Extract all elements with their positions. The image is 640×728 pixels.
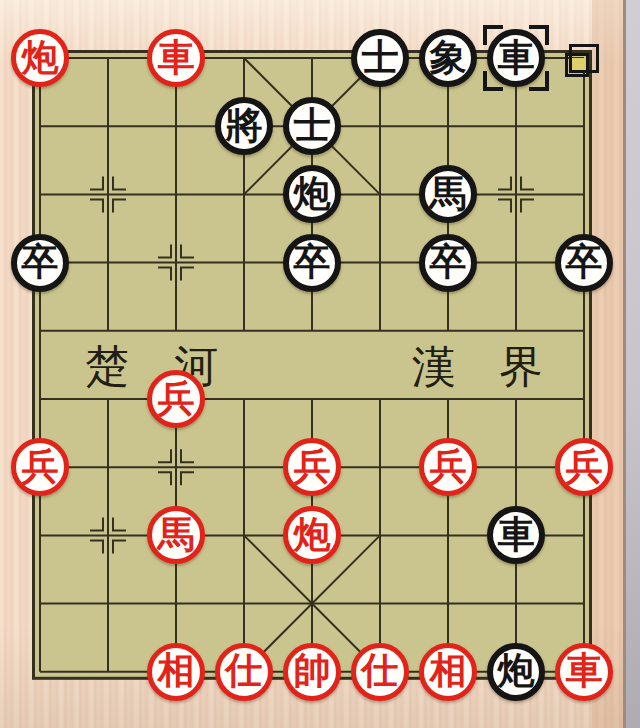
xiangqi-board-screen: 楚 河 漢 界 炮車士象車將士炮馬卒卒卒卒兵兵兵兵兵馬炮車相仕帥仕相炮車 [0,0,640,728]
piece-red-cannon[interactable]: 炮 [283,506,341,564]
piece-red-general[interactable]: 帥 [283,643,341,701]
piece-black-elephant[interactable]: 象 [419,29,477,87]
piece-black-advisor[interactable]: 士 [351,29,409,87]
piece-black-chariot[interactable]: 車 [487,29,545,87]
piece-black-soldier[interactable]: 卒 [11,234,69,292]
river-label-han: 漢 [412,345,456,389]
river-label-chu: 楚 [85,344,129,388]
piece-red-chariot[interactable]: 車 [555,643,613,701]
piece-red-elephant[interactable]: 相 [147,643,205,701]
piece-red-soldier[interactable]: 兵 [147,370,205,428]
piece-black-cannon[interactable]: 炮 [283,165,341,223]
piece-red-advisor[interactable]: 仕 [215,643,273,701]
piece-black-advisor[interactable]: 士 [283,97,341,155]
piece-black-soldier[interactable]: 卒 [419,234,477,292]
piece-red-advisor[interactable]: 仕 [351,643,409,701]
river-label-jie: 界 [499,345,543,389]
piece-red-horse[interactable]: 馬 [147,506,205,564]
piece-black-chariot[interactable]: 車 [487,506,545,564]
piece-black-soldier[interactable]: 卒 [283,234,341,292]
piece-red-soldier[interactable]: 兵 [283,438,341,496]
piece-red-cannon[interactable]: 炮 [11,29,69,87]
piece-red-soldier[interactable]: 兵 [11,438,69,496]
piece-red-chariot[interactable]: 車 [147,29,205,87]
piece-red-soldier[interactable]: 兵 [555,438,613,496]
piece-red-soldier[interactable]: 兵 [419,438,477,496]
piece-black-horse[interactable]: 馬 [419,165,477,223]
piece-black-general[interactable]: 將 [215,97,273,155]
piece-red-elephant[interactable]: 相 [419,643,477,701]
piece-black-cannon[interactable]: 炮 [487,643,545,701]
piece-black-soldier[interactable]: 卒 [555,234,613,292]
